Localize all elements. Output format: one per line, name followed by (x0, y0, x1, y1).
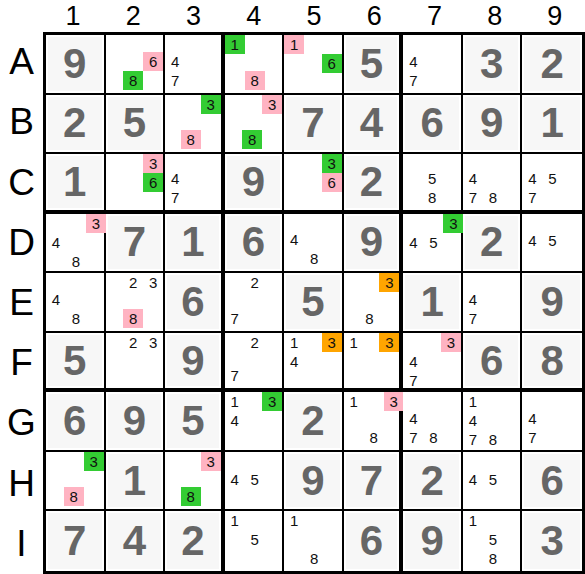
candidate-6-pink: 6 (143, 52, 163, 71)
candidate-7: 7 (403, 428, 423, 447)
cell-A3[interactable]: 47 (165, 35, 225, 95)
cell-I6[interactable]: 6 (344, 511, 404, 571)
cell-A9[interactable]: 2 (522, 35, 582, 95)
row-label-B: B (0, 92, 43, 152)
row-label-G: G (0, 393, 43, 453)
solved-digit-2: 2 (524, 37, 580, 91)
cell-F2[interactable]: 23 (106, 333, 166, 393)
solved-digit-2: 2 (167, 513, 219, 569)
solved-digit-4: 4 (108, 513, 162, 569)
row-label-F: F (0, 333, 43, 393)
candidate-1: 1 (225, 392, 245, 411)
solved-digit-6: 6 (524, 454, 580, 508)
solved-digit-6: 6 (405, 97, 459, 151)
cell-E2[interactable]: 238 (106, 273, 166, 333)
candidate-4: 4 (225, 411, 245, 430)
cell-D9[interactable]: 45 (522, 214, 582, 274)
cell-F8[interactable]: 6 (463, 333, 523, 393)
candidate-7: 7 (463, 430, 483, 449)
candidates-grid: 238 (106, 273, 164, 328)
solved-digit-9: 9 (465, 97, 519, 151)
candidate-8-pink: 8 (245, 71, 265, 90)
cell-H8[interactable]: 45 (463, 452, 523, 512)
cell-F9[interactable]: 8 (522, 333, 582, 393)
candidates-grid: 45 (522, 214, 582, 269)
solved-digit-2: 2 (286, 394, 340, 448)
row-label-A: A (0, 32, 43, 92)
cell-F7[interactable]: 347 (403, 333, 463, 393)
solved-digit-7: 7 (48, 513, 102, 569)
solved-digit-1: 1 (167, 216, 219, 270)
sudoku-board: 9684718165473225383874691136479362584784… (43, 32, 585, 574)
candidate-8-pink: 8 (181, 130, 201, 149)
candidate-8: 8 (304, 249, 324, 268)
candidate-7: 7 (165, 188, 185, 207)
cell-C2[interactable]: 36 (106, 154, 166, 214)
cell-C7[interactable]: 58 (403, 154, 463, 214)
candidates-grid: 38 (225, 95, 283, 150)
candidate-8: 8 (483, 188, 503, 207)
cell-G7[interactable]: 478 (403, 392, 463, 452)
candidates-grid: 36 (284, 154, 342, 207)
cell-I9[interactable]: 3 (522, 511, 582, 571)
candidate-1: 1 (225, 511, 245, 530)
candidate-8-green: 8 (123, 71, 143, 90)
candidate-4: 4 (46, 290, 66, 309)
cell-B6[interactable]: 4 (344, 95, 404, 155)
candidate-8: 8 (304, 549, 324, 568)
candidate-1-pink: 1 (284, 35, 304, 54)
cell-B1[interactable]: 2 (46, 95, 106, 155)
candidate-5: 5 (483, 470, 503, 489)
candidate-8: 8 (423, 428, 443, 447)
candidate-6-pink: 6 (322, 173, 342, 192)
row-label-D: D (0, 213, 43, 273)
cell-A8[interactable]: 3 (463, 35, 523, 95)
candidate-7: 7 (165, 71, 185, 90)
candidate-4: 4 (284, 352, 304, 371)
row-labels: ABCDEFGHI (0, 32, 43, 574)
solved-digit-2: 2 (346, 156, 398, 208)
cell-I8[interactable]: 158 (463, 511, 523, 571)
candidates-grid: 1478 (463, 392, 521, 447)
col-label-4: 4 (224, 0, 284, 32)
candidate-3: 3 (143, 333, 163, 352)
cell-H2[interactable]: 1 (106, 452, 166, 512)
candidate-3-green: 3 (262, 392, 282, 411)
candidate-3: 3 (143, 273, 163, 292)
candidate-4: 4 (284, 230, 304, 249)
column-labels: 123456789 (43, 0, 585, 32)
candidates-grid: 478 (463, 154, 521, 207)
row-label-E: E (0, 273, 43, 333)
cell-B5[interactable]: 7 (284, 95, 344, 155)
col-label-8: 8 (465, 0, 525, 32)
cell-F6[interactable]: 13 (344, 333, 404, 393)
candidate-8-green: 8 (181, 487, 201, 506)
cell-E1[interactable]: 48 (46, 273, 106, 333)
cell-F4[interactable]: 27 (225, 333, 285, 393)
candidates-grid: 16 (284, 35, 342, 90)
cell-E6[interactable]: 38 (344, 273, 404, 333)
col-label-2: 2 (103, 0, 163, 32)
solved-digit-6: 6 (227, 216, 281, 270)
cell-D3[interactable]: 1 (165, 214, 225, 274)
cell-E5[interactable]: 5 (284, 273, 344, 333)
cell-B8[interactable]: 9 (463, 95, 523, 155)
candidates-grid: 134 (284, 333, 342, 386)
cell-G5[interactable]: 2 (284, 392, 344, 452)
candidate-4: 4 (463, 290, 483, 309)
candidate-1: 1 (284, 333, 304, 352)
cell-I4[interactable]: 15 (225, 511, 285, 571)
solved-digit-7: 7 (108, 216, 162, 270)
cell-B2[interactable]: 5 (106, 95, 166, 155)
cell-C6[interactable]: 2 (344, 154, 404, 214)
solved-digit-1: 1 (48, 156, 102, 208)
solved-digit-9: 9 (108, 394, 162, 448)
cell-A6[interactable]: 5 (344, 35, 404, 95)
candidates-grid: 68 (106, 35, 164, 90)
cell-I2[interactable]: 4 (106, 511, 166, 571)
solved-digit-7: 7 (346, 454, 398, 508)
candidate-2: 2 (123, 273, 143, 292)
candidates-grid: 48 (46, 273, 104, 328)
cell-F3[interactable]: 9 (165, 333, 225, 393)
candidate-5: 5 (483, 530, 503, 549)
candidates-grid: 18 (284, 511, 342, 568)
cell-A2[interactable]: 68 (106, 35, 166, 95)
candidate-8-pink: 8 (64, 487, 84, 506)
cell-C4[interactable]: 9 (225, 154, 285, 214)
candidate-3-pink: 3 (143, 154, 163, 173)
candidate-1: 1 (344, 333, 364, 352)
solved-digit-2: 2 (465, 216, 519, 270)
candidate-6-green: 6 (143, 173, 163, 192)
candidate-8-green: 8 (242, 130, 262, 149)
candidate-3-pink: 3 (201, 452, 221, 471)
candidate-3-orange: 3 (379, 273, 399, 292)
candidates-grid: 457 (522, 154, 582, 207)
candidate-2: 2 (245, 333, 265, 352)
candidate-4: 4 (225, 470, 245, 489)
solved-digit-5: 5 (48, 335, 102, 387)
candidate-4: 4 (522, 169, 542, 188)
candidates-grid: 345 (403, 214, 461, 269)
cell-E8[interactable]: 47 (463, 273, 523, 333)
candidate-3-pink: 3 (86, 214, 106, 233)
candidate-8: 8 (422, 188, 442, 207)
candidate-5: 5 (542, 169, 562, 188)
solved-digit-3: 3 (524, 513, 580, 569)
candidate-7: 7 (522, 188, 542, 207)
candidate-8: 8 (359, 309, 379, 328)
col-label-9: 9 (525, 0, 585, 32)
solved-digit-9: 9 (167, 335, 219, 387)
candidate-2: 2 (245, 273, 265, 292)
candidates-grid: 47 (165, 154, 221, 207)
cell-H4[interactable]: 45 (225, 452, 285, 512)
candidates-grid: 347 (403, 333, 461, 386)
solved-digit-6: 6 (346, 513, 398, 569)
row-label-I: I (0, 514, 43, 574)
candidate-5: 5 (423, 233, 443, 252)
cell-B9[interactable]: 1 (522, 95, 582, 155)
candidate-8-pink: 8 (123, 309, 143, 328)
candidate-8: 8 (364, 428, 384, 447)
candidates-grid: 38 (165, 452, 221, 507)
cell-G1[interactable]: 6 (46, 392, 106, 452)
solved-digit-3: 3 (465, 37, 519, 91)
candidate-3-pink: 3 (262, 95, 282, 114)
candidate-8: 8 (66, 252, 86, 271)
candidate-3-green: 3 (201, 95, 221, 114)
cell-F5[interactable]: 134 (284, 333, 344, 393)
candidates-grid: 47 (463, 273, 521, 328)
candidates-grid: 13 (344, 333, 400, 386)
candidate-4: 4 (403, 409, 423, 428)
cell-G2[interactable]: 9 (106, 392, 166, 452)
candidate-7: 7 (463, 188, 483, 207)
cell-C1[interactable]: 1 (46, 154, 106, 214)
candidate-8: 8 (66, 309, 86, 328)
candidate-1: 1 (463, 392, 483, 411)
candidate-4: 4 (522, 231, 542, 250)
candidate-5: 5 (245, 530, 265, 549)
solved-digit-2: 2 (48, 97, 102, 151)
col-label-1: 1 (43, 0, 103, 32)
candidate-3-pink: 3 (384, 392, 404, 411)
solved-digit-5: 5 (108, 97, 162, 151)
cell-H3[interactable]: 38 (165, 452, 225, 512)
candidates-grid: 45 (225, 452, 283, 507)
cell-C8[interactable]: 478 (463, 154, 523, 214)
candidates-grid: 36 (106, 154, 164, 207)
candidate-3-orange: 3 (379, 333, 399, 352)
cell-H7[interactable]: 2 (403, 452, 463, 512)
cell-I7[interactable]: 9 (403, 511, 463, 571)
cell-B7[interactable]: 6 (403, 95, 463, 155)
candidates-grid: 18 (225, 35, 283, 90)
candidates-grid: 58 (403, 154, 461, 207)
candidate-4: 4 (403, 352, 423, 371)
candidate-3-green: 3 (84, 452, 104, 471)
cell-D8[interactable]: 2 (463, 214, 523, 274)
solved-digit-8: 8 (524, 335, 580, 387)
solved-digit-1: 1 (405, 275, 459, 329)
solved-digit-9: 9 (48, 37, 102, 91)
cell-H1[interactable]: 38 (46, 452, 106, 512)
candidates-grid: 348 (46, 214, 104, 269)
candidate-7: 7 (225, 309, 245, 328)
candidate-1: 1 (463, 511, 483, 530)
col-label-3: 3 (163, 0, 223, 32)
candidate-4: 4 (165, 169, 185, 188)
candidate-3-orange: 3 (322, 333, 342, 352)
cell-I3[interactable]: 2 (165, 511, 225, 571)
solved-digit-9: 9 (405, 513, 459, 569)
cell-H5[interactable]: 9 (284, 452, 344, 512)
cell-C5[interactable]: 36 (284, 154, 344, 214)
candidate-3-green: 3 (322, 154, 342, 173)
candidates-grid: 48 (284, 214, 342, 269)
candidate-1: 1 (284, 511, 304, 530)
cell-H6[interactable]: 7 (344, 452, 404, 512)
solved-digit-6: 6 (465, 335, 519, 387)
solved-digit-5: 5 (286, 275, 340, 329)
candidate-4: 4 (463, 470, 483, 489)
candidate-7: 7 (403, 371, 423, 390)
candidate-5: 5 (422, 169, 442, 188)
solved-digit-4: 4 (346, 97, 398, 151)
cell-D7[interactable]: 345 (403, 214, 463, 274)
cell-A1[interactable]: 9 (46, 35, 106, 95)
cell-E3[interactable]: 6 (165, 273, 225, 333)
cell-G6[interactable]: 138 (344, 392, 404, 452)
solved-digit-2: 2 (405, 454, 459, 508)
cell-D2[interactable]: 7 (106, 214, 166, 274)
solved-digit-5: 5 (167, 394, 219, 448)
cell-A4[interactable]: 18 (225, 35, 285, 95)
cell-D1[interactable]: 348 (46, 214, 106, 274)
candidates-grid: 47 (165, 35, 221, 90)
candidate-6-green: 6 (322, 54, 342, 73)
candidates-grid: 138 (344, 392, 400, 447)
col-label-7: 7 (404, 0, 464, 32)
solved-digit-1: 1 (524, 97, 580, 151)
cell-G3[interactable]: 5 (165, 392, 225, 452)
cell-F1[interactable]: 5 (46, 333, 106, 393)
candidate-2: 2 (123, 333, 143, 352)
solved-digit-9: 9 (227, 156, 281, 208)
candidate-4: 4 (463, 411, 483, 430)
cell-G8[interactable]: 1478 (463, 392, 523, 452)
candidates-grid: 47 (403, 35, 461, 90)
candidate-4: 4 (522, 409, 542, 428)
solved-digit-6: 6 (167, 275, 219, 329)
candidates-grid: 23 (106, 333, 164, 386)
candidate-4: 4 (403, 52, 423, 71)
cell-H9[interactable]: 6 (522, 452, 582, 512)
cell-C9[interactable]: 457 (522, 154, 582, 214)
cell-C3[interactable]: 47 (165, 154, 225, 214)
candidates-grid: 38 (344, 273, 400, 328)
candidate-1: 1 (344, 392, 364, 411)
col-label-6: 6 (344, 0, 404, 32)
candidate-3-green: 3 (443, 214, 463, 233)
candidate-1-green: 1 (225, 35, 245, 54)
candidates-grid: 38 (165, 95, 221, 150)
cell-D6[interactable]: 9 (344, 214, 404, 274)
solved-digit-9: 9 (346, 216, 398, 270)
candidates-grid: 15 (225, 511, 283, 568)
cell-D5[interactable]: 48 (284, 214, 344, 274)
cell-D4[interactable]: 6 (225, 214, 285, 274)
candidate-5: 5 (542, 231, 562, 250)
candidate-3-pink: 3 (441, 333, 461, 352)
candidates-grid: 45 (463, 452, 521, 507)
candidates-grid: 27 (225, 273, 283, 328)
candidate-4: 4 (165, 52, 185, 71)
row-label-C: C (0, 152, 43, 212)
candidate-5: 5 (245, 470, 265, 489)
candidates-grid: 47 (522, 392, 582, 447)
solved-digit-6: 6 (48, 394, 102, 448)
candidates-grid: 134 (225, 392, 283, 447)
candidate-4: 4 (403, 233, 423, 252)
cell-I1[interactable]: 7 (46, 511, 106, 571)
cell-E7[interactable]: 1 (403, 273, 463, 333)
cell-G9[interactable]: 47 (522, 392, 582, 452)
cell-G4[interactable]: 134 (225, 392, 285, 452)
solved-digit-1: 1 (108, 454, 162, 508)
solved-digit-9: 9 (286, 454, 340, 508)
cell-A5[interactable]: 16 (284, 35, 344, 95)
cell-I5[interactable]: 18 (284, 511, 344, 571)
candidate-7: 7 (522, 428, 542, 447)
candidate-4: 4 (463, 169, 483, 188)
candidate-4: 4 (46, 233, 66, 252)
candidate-7: 7 (225, 366, 245, 385)
solved-digit-9: 9 (524, 275, 580, 329)
row-label-H: H (0, 454, 43, 514)
solved-digit-7: 7 (286, 97, 340, 151)
candidates-grid: 478 (403, 392, 461, 447)
candidates-grid: 158 (463, 511, 521, 568)
cell-E9[interactable]: 9 (522, 273, 582, 333)
candidate-7: 7 (403, 71, 423, 90)
cell-E4[interactable]: 27 (225, 273, 285, 333)
candidates-grid: 38 (46, 452, 104, 507)
candidate-7: 7 (463, 309, 483, 328)
solved-digit-5: 5 (346, 37, 398, 91)
candidates-grid: 27 (225, 333, 283, 386)
candidate-8: 8 (483, 430, 503, 449)
cell-A7[interactable]: 47 (403, 35, 463, 95)
col-label-5: 5 (284, 0, 344, 32)
candidate-8: 8 (483, 549, 503, 568)
cell-B3[interactable]: 38 (165, 95, 225, 155)
cell-B4[interactable]: 38 (225, 95, 285, 155)
